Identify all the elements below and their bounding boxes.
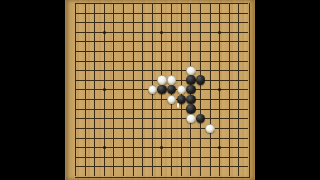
star-point xyxy=(218,88,221,91)
black-stone xyxy=(186,104,195,113)
white-stone xyxy=(177,85,186,94)
white-stone xyxy=(186,66,195,75)
black-stone xyxy=(167,85,176,94)
black-stone xyxy=(196,114,205,123)
star-point xyxy=(103,146,106,149)
mouse-cursor xyxy=(177,103,179,109)
black-stone xyxy=(186,75,195,84)
star-point xyxy=(218,31,221,34)
white-stone xyxy=(186,114,195,123)
letterbox-left xyxy=(0,0,65,180)
board-intersections[interactable] xyxy=(71,0,254,180)
star-point xyxy=(103,31,106,34)
star-point xyxy=(218,146,221,149)
white-stone xyxy=(205,124,214,133)
black-stone xyxy=(186,95,195,104)
go-board[interactable] xyxy=(65,0,255,180)
black-stone xyxy=(196,75,205,84)
black-stone xyxy=(157,85,166,94)
screen xyxy=(0,0,320,180)
white-stone xyxy=(157,75,166,84)
letterbox-right xyxy=(255,0,320,180)
white-stone xyxy=(148,85,157,94)
white-stone xyxy=(167,75,176,84)
star-point xyxy=(160,146,163,149)
star-point xyxy=(103,88,106,91)
black-stone xyxy=(186,85,195,94)
white-stone xyxy=(167,95,176,104)
star-point xyxy=(160,31,163,34)
